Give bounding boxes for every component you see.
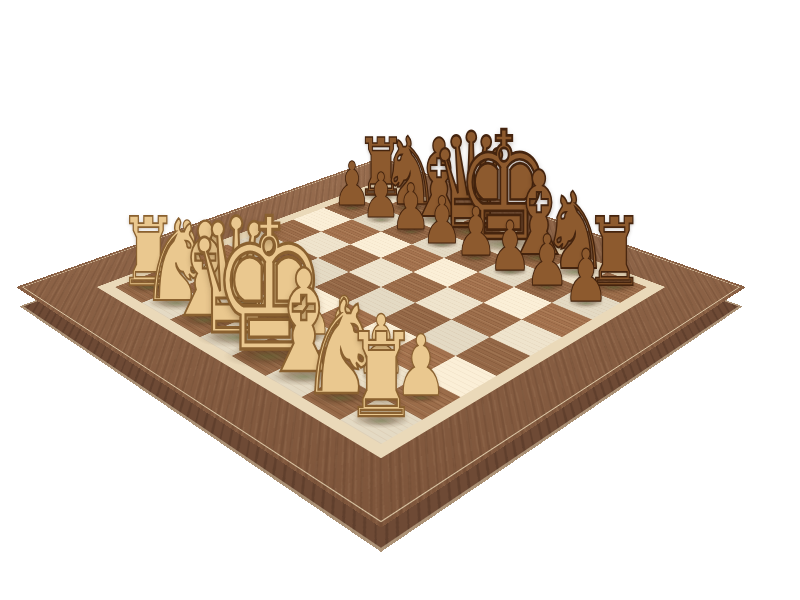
chess-set-photo: ♜♞♟♝♟♛♟♚♟♝♟♞♟♟♜♟♟♜♟♟♞♟♝♟♛♟♚♟♝♟♞♜	[0, 0, 800, 600]
chess-board	[16, 157, 746, 527]
board-scene	[0, 0, 800, 600]
